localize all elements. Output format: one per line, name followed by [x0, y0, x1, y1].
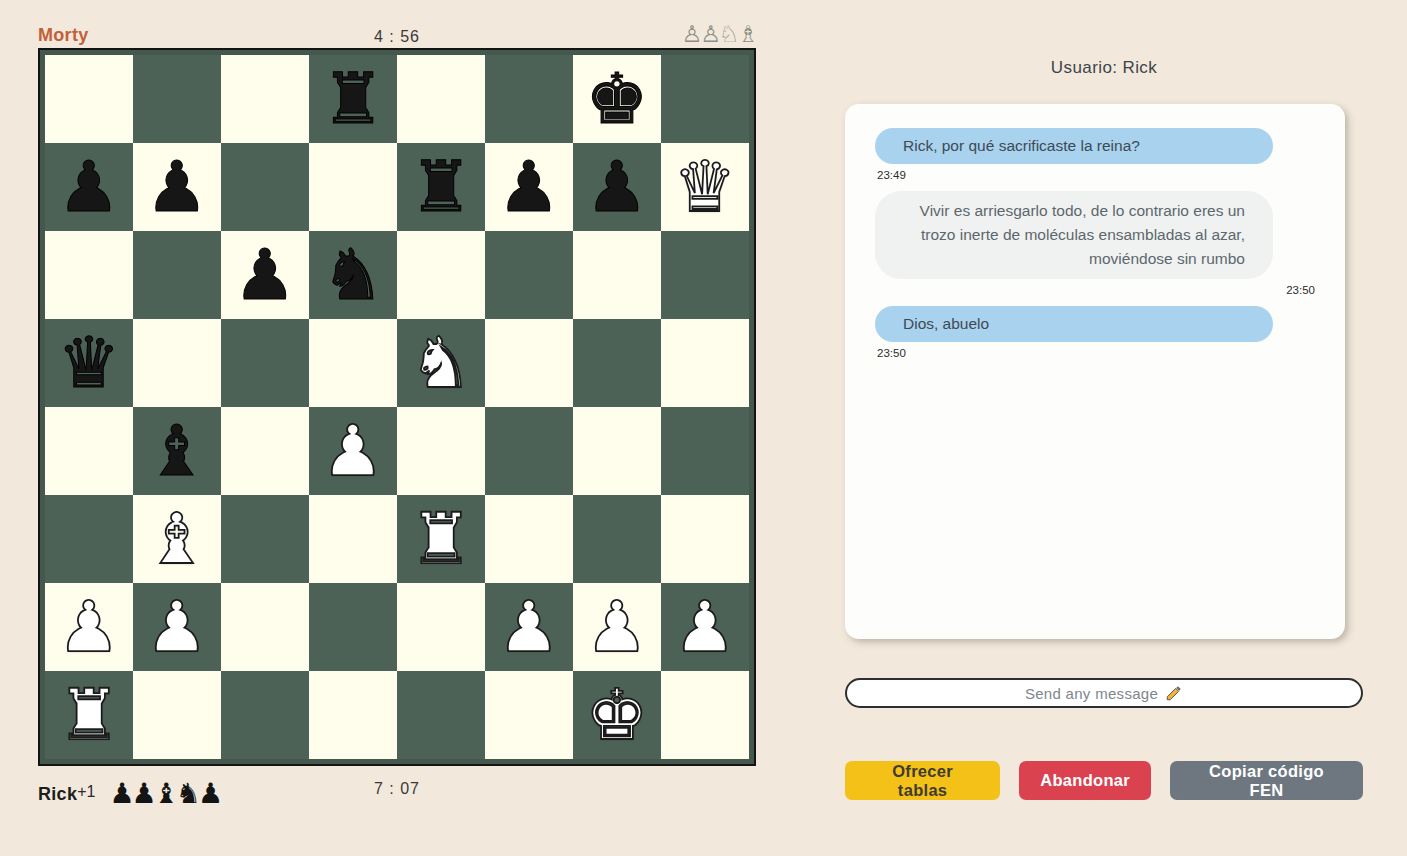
square-e5[interactable]: ♞	[397, 319, 485, 407]
square-f2[interactable]: ♟	[485, 583, 573, 671]
black-pawn-piece[interactable]: ♟	[221, 231, 309, 319]
square-d5[interactable]	[309, 319, 397, 407]
chat-message-bubble: Dios, abuelo	[875, 306, 1273, 342]
chat-message-timestamp: 23:50	[877, 347, 1345, 359]
square-c1[interactable]	[221, 671, 309, 759]
square-b5[interactable]	[133, 319, 221, 407]
top-player-bar: Morty 4 : 56 ♙♙♘♗	[38, 14, 756, 46]
square-b3[interactable]: ♝	[133, 495, 221, 583]
square-a2[interactable]: ♟	[45, 583, 133, 671]
square-a3[interactable]	[45, 495, 133, 583]
player-clock: 7 : 07	[38, 780, 756, 798]
square-e8[interactable]	[397, 55, 485, 143]
square-g2[interactable]: ♟	[573, 583, 661, 671]
square-b6[interactable]	[133, 231, 221, 319]
square-h5[interactable]	[661, 319, 749, 407]
square-d1[interactable]	[309, 671, 397, 759]
white-pawn-piece[interactable]: ♟	[45, 583, 133, 671]
white-pawn-piece[interactable]: ♟	[573, 583, 661, 671]
square-g6[interactable]	[573, 231, 661, 319]
square-c8[interactable]	[221, 55, 309, 143]
square-a8[interactable]	[45, 55, 133, 143]
chat-panel: Usuario: Rick Rick, por qué sacrificaste…	[845, 58, 1363, 800]
square-f6[interactable]	[485, 231, 573, 319]
chess-board-frame: ♜♚♟♟♜♟♟♛♟♞♛♞♝♟♝♜♟♟♟♟♟♜♚	[38, 48, 756, 766]
square-d8[interactable]: ♜	[309, 55, 397, 143]
message-input-placeholder: Send any message	[1025, 685, 1158, 702]
square-f5[interactable]	[485, 319, 573, 407]
square-e4[interactable]	[397, 407, 485, 495]
black-bishop-piece[interactable]: ♝	[133, 407, 221, 495]
black-knight-piece[interactable]: ♞	[309, 231, 397, 319]
app: Morty 4 : 56 ♙♙♘♗ ♜♚♟♟♜♟♟♛♟♞♛♞♝♟♝♜♟♟♟♟♟♜…	[0, 0, 1407, 856]
copy-fen-button[interactable]: Copiar código FEN	[1170, 761, 1363, 800]
chat-message-bubble: Vivir es arriesgarlo todo, de lo contrar…	[875, 191, 1273, 279]
bottom-player-bar: Rick 7 : 07 +1 ♟♟♝♞♟	[38, 774, 756, 814]
square-c7[interactable]	[221, 143, 309, 231]
square-g3[interactable]	[573, 495, 661, 583]
white-pawn-piece[interactable]: ♟	[133, 583, 221, 671]
square-d3[interactable]	[309, 495, 397, 583]
white-pawn-piece[interactable]: ♟	[309, 407, 397, 495]
square-b8[interactable]	[133, 55, 221, 143]
chat-message-timestamp: 23:49	[877, 169, 1345, 181]
white-bishop-piece[interactable]: ♝	[133, 495, 221, 583]
white-rook-piece[interactable]: ♜	[45, 671, 133, 759]
square-g8[interactable]: ♚	[573, 55, 661, 143]
white-queen-piece[interactable]: ♛	[661, 143, 749, 231]
square-f3[interactable]	[485, 495, 573, 583]
square-g4[interactable]	[573, 407, 661, 495]
square-h7[interactable]: ♛	[661, 143, 749, 231]
square-g7[interactable]: ♟	[573, 143, 661, 231]
square-e2[interactable]	[397, 583, 485, 671]
chat-message-timestamp: 23:50	[845, 284, 1315, 296]
square-f8[interactable]	[485, 55, 573, 143]
square-a1[interactable]: ♜	[45, 671, 133, 759]
opponent-clock: 4 : 56	[38, 28, 756, 46]
black-queen-piece[interactable]: ♛	[45, 319, 133, 407]
square-d7[interactable]	[309, 143, 397, 231]
square-b1[interactable]	[133, 671, 221, 759]
square-d6[interactable]: ♞	[309, 231, 397, 319]
square-c5[interactable]	[221, 319, 309, 407]
chat-history: Rick, por qué sacrificaste la reina?23:4…	[845, 104, 1345, 639]
square-a4[interactable]	[45, 407, 133, 495]
square-h2[interactable]: ♟	[661, 583, 749, 671]
chess-board: ♜♚♟♟♜♟♟♛♟♞♛♞♝♟♝♜♟♟♟♟♟♜♚	[45, 55, 749, 759]
square-d4[interactable]: ♟	[309, 407, 397, 495]
black-rook-piece[interactable]: ♜	[397, 143, 485, 231]
square-a5[interactable]: ♛	[45, 319, 133, 407]
square-a7[interactable]: ♟	[45, 143, 133, 231]
square-e1[interactable]	[397, 671, 485, 759]
black-pawn-piece[interactable]: ♟	[573, 143, 661, 231]
square-h4[interactable]	[661, 407, 749, 495]
square-h1[interactable]	[661, 671, 749, 759]
black-pawn-piece[interactable]: ♟	[45, 143, 133, 231]
pencil-icon	[1165, 684, 1183, 702]
black-rook-piece[interactable]: ♜	[309, 55, 397, 143]
square-h3[interactable]	[661, 495, 749, 583]
message-input[interactable]: Send any message	[845, 678, 1363, 708]
white-rook-piece[interactable]: ♜	[397, 495, 485, 583]
board-panel: Morty 4 : 56 ♙♙♘♗ ♜♚♟♟♜♟♟♛♟♞♛♞♝♟♝♜♟♟♟♟♟♜…	[38, 14, 756, 814]
square-h8[interactable]	[661, 55, 749, 143]
white-knight-piece[interactable]: ♞	[397, 319, 485, 407]
square-e3[interactable]: ♜	[397, 495, 485, 583]
square-f4[interactable]	[485, 407, 573, 495]
black-pawn-piece[interactable]: ♟	[485, 143, 573, 231]
square-c4[interactable]	[221, 407, 309, 495]
black-pawn-piece[interactable]: ♟	[133, 143, 221, 231]
square-g1[interactable]: ♚	[573, 671, 661, 759]
square-b2[interactable]: ♟	[133, 583, 221, 671]
game-actions: Ofrecer tablas Abandonar Copiar código F…	[845, 761, 1363, 800]
square-f7[interactable]: ♟	[485, 143, 573, 231]
white-pawn-piece[interactable]: ♟	[661, 583, 749, 671]
square-c2[interactable]	[221, 583, 309, 671]
square-c6[interactable]: ♟	[221, 231, 309, 319]
square-a6[interactable]	[45, 231, 133, 319]
square-d2[interactable]	[309, 583, 397, 671]
resign-button[interactable]: Abandonar	[1019, 761, 1151, 800]
white-pawn-piece[interactable]: ♟	[485, 583, 573, 671]
offer-draw-button[interactable]: Ofrecer tablas	[845, 761, 1000, 800]
chat-message-bubble: Rick, por qué sacrificaste la reina?	[875, 128, 1273, 164]
white-king-piece[interactable]: ♚	[573, 671, 661, 759]
square-c3[interactable]	[221, 495, 309, 583]
square-g5[interactable]	[573, 319, 661, 407]
square-b4[interactable]: ♝	[133, 407, 221, 495]
square-e7[interactable]: ♜	[397, 143, 485, 231]
black-king-piece[interactable]: ♚	[573, 55, 661, 143]
square-f1[interactable]	[485, 671, 573, 759]
square-h6[interactable]	[661, 231, 749, 319]
square-e6[interactable]	[397, 231, 485, 319]
square-b7[interactable]: ♟	[133, 143, 221, 231]
chat-user-title: Usuario: Rick	[845, 58, 1363, 78]
